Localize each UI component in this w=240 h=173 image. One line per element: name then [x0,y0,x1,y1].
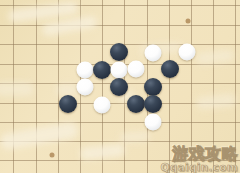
gomoku-board[interactable]: 游戏攻略 Qqaiqin.com [0,0,240,173]
stone-black [127,95,145,113]
stone-black [144,78,162,96]
stone-black [110,43,128,61]
stone-white [77,79,94,96]
stone-black [110,78,128,96]
stone-black [161,60,179,78]
star-point [186,19,191,24]
smudge-patch [195,93,236,110]
stone-white [77,62,94,79]
stone-white [128,61,145,78]
stone-white [145,114,162,131]
smudge-patch [79,144,125,161]
watermark-title: 游戏攻略 [161,146,238,162]
star-point [50,153,55,158]
stone-white [94,97,111,114]
smudge-patch [41,15,97,36]
smudge-patch [120,131,151,143]
stone-white [145,45,162,62]
grid-line-horizontal [0,122,240,123]
smudge-patch [0,82,34,96]
grid-line-horizontal [0,25,240,26]
stone-black [59,95,77,113]
stone-white [179,44,196,61]
stone-white [111,62,128,79]
watermark-url: Qqaiqin.com [161,162,238,173]
stone-black [144,95,162,113]
stone-black [93,61,111,79]
watermark: 游戏攻略 Qqaiqin.com [161,146,238,173]
smudge-patch [0,121,79,150]
smudge-patch [195,49,234,65]
